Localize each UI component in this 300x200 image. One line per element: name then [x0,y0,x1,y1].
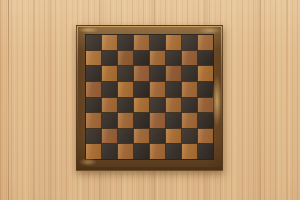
board-frame [78,27,221,167]
square-b1[interactable] [102,144,117,159]
square-d5[interactable] [134,82,149,97]
square-f4[interactable] [166,98,181,113]
square-d8[interactable] [134,35,149,50]
square-g7[interactable] [182,51,197,66]
square-d2[interactable] [134,129,149,144]
square-f8[interactable] [166,35,181,50]
square-e8[interactable] [150,35,165,50]
square-h1[interactable] [198,144,213,159]
square-h7[interactable] [198,51,213,66]
square-g1[interactable] [182,144,197,159]
board-grid [85,34,214,160]
photo-stage [0,0,300,200]
square-h3[interactable] [198,113,213,128]
square-d4[interactable] [134,98,149,113]
square-c4[interactable] [118,98,133,113]
square-f2[interactable] [166,129,181,144]
square-e5[interactable] [150,82,165,97]
square-e2[interactable] [150,129,165,144]
square-g4[interactable] [182,98,197,113]
square-c3[interactable] [118,113,133,128]
square-g5[interactable] [182,82,197,97]
square-b2[interactable] [102,129,117,144]
square-h4[interactable] [198,98,213,113]
square-c6[interactable] [118,66,133,81]
square-c5[interactable] [118,82,133,97]
square-d6[interactable] [134,66,149,81]
square-b3[interactable] [102,113,117,128]
square-h6[interactable] [198,66,213,81]
square-f6[interactable] [166,66,181,81]
square-h5[interactable] [198,82,213,97]
square-f7[interactable] [166,51,181,66]
square-e3[interactable] [150,113,165,128]
square-f1[interactable] [166,144,181,159]
square-b8[interactable] [102,35,117,50]
square-b4[interactable] [102,98,117,113]
floor-plank-seam [287,0,288,200]
square-e4[interactable] [150,98,165,113]
square-a4[interactable] [86,98,101,113]
floor-plank-seam [34,0,35,200]
square-b5[interactable] [102,82,117,97]
square-b6[interactable] [102,66,117,81]
square-d1[interactable] [134,144,149,159]
square-g2[interactable] [182,129,197,144]
square-g6[interactable] [182,66,197,81]
square-g3[interactable] [182,113,197,128]
square-b7[interactable] [102,51,117,66]
square-c7[interactable] [118,51,133,66]
square-h8[interactable] [198,35,213,50]
floor-plank-seam [260,0,261,200]
square-e1[interactable] [150,144,165,159]
square-e6[interactable] [150,66,165,81]
square-a8[interactable] [86,35,101,50]
square-a5[interactable] [86,82,101,97]
square-f5[interactable] [166,82,181,97]
square-a2[interactable] [86,129,101,144]
square-h2[interactable] [198,129,213,144]
square-c2[interactable] [118,129,133,144]
square-a7[interactable] [86,51,101,66]
square-d3[interactable] [134,113,149,128]
square-f3[interactable] [166,113,181,128]
square-g8[interactable] [182,35,197,50]
square-a1[interactable] [86,144,101,159]
square-c8[interactable] [118,35,133,50]
square-d7[interactable] [134,51,149,66]
square-a3[interactable] [86,113,101,128]
square-c1[interactable] [118,144,133,159]
checkerboard [76,25,223,171]
square-e7[interactable] [150,51,165,66]
square-a6[interactable] [86,66,101,81]
floor-plank-seam [8,0,9,200]
